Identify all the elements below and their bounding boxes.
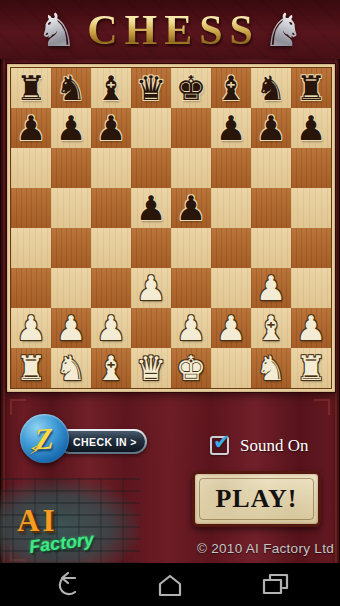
square-f4[interactable]	[211, 228, 251, 268]
square-e3[interactable]	[171, 268, 211, 308]
square-c6[interactable]	[91, 148, 131, 188]
recents-icon	[259, 571, 291, 599]
ornament-top-right	[314, 399, 330, 415]
square-a8[interactable]: ♜	[11, 68, 51, 108]
check-in-button[interactable]: CHECK IN >	[57, 429, 147, 454]
sound-checkbox[interactable]: ✔	[210, 436, 229, 455]
square-f3[interactable]	[211, 268, 251, 308]
square-e1[interactable]: ♚	[171, 348, 211, 388]
square-h6[interactable]	[291, 148, 331, 188]
piece-white-p-g3: ♟	[256, 268, 286, 308]
square-e2[interactable]: ♟	[171, 308, 211, 348]
square-a2[interactable]: ♟	[11, 308, 51, 348]
square-g3[interactable]: ♟	[251, 268, 291, 308]
piece-black-p-a7: ♟	[16, 108, 46, 148]
square-c1[interactable]: ♝	[91, 348, 131, 388]
piece-white-p-a2: ♟	[16, 308, 46, 348]
board-frame: ♜♞♝♛♚♝♞♜♟♟♟♟♟♟♟♟♟♟♟♟♟♟♟♝♟♜♞♝♛♚♞♜	[6, 63, 336, 393]
piece-black-p-b7: ♟	[56, 108, 86, 148]
square-g2[interactable]: ♝	[251, 308, 291, 348]
nav-back-button[interactable]	[48, 571, 82, 599]
piece-black-r-a8: ♜	[16, 68, 46, 108]
app-header: ♞ CHESS ♞	[0, 0, 340, 59]
square-e5[interactable]: ♟	[171, 188, 211, 228]
piece-black-r-h8: ♜	[296, 68, 326, 108]
square-e6[interactable]	[171, 148, 211, 188]
square-a6[interactable]	[11, 148, 51, 188]
square-h5[interactable]	[291, 188, 331, 228]
white-knight-icon-left: ♞	[36, 7, 77, 53]
square-e4[interactable]	[171, 228, 211, 268]
square-b4[interactable]	[51, 228, 91, 268]
lightning-bolt-icon: ⚡	[28, 440, 41, 459]
piece-white-p-d3: ♟	[136, 268, 166, 308]
zeemote-badge[interactable]: Z ⚡	[20, 414, 69, 463]
piece-black-q-d8: ♛	[136, 68, 166, 108]
square-a7[interactable]: ♟	[11, 108, 51, 148]
square-g5[interactable]	[251, 188, 291, 228]
white-knight-icon-right: ♞	[263, 7, 304, 53]
sound-label: Sound On	[240, 436, 308, 456]
square-a3[interactable]	[11, 268, 51, 308]
piece-white-n-g1: ♞	[256, 348, 286, 388]
square-c7[interactable]: ♟	[91, 108, 131, 148]
piece-white-n-b1: ♞	[56, 348, 86, 388]
piece-white-q-d1: ♛	[136, 348, 166, 388]
nav-recents-button[interactable]	[258, 571, 292, 599]
square-b7[interactable]: ♟	[51, 108, 91, 148]
square-f8[interactable]: ♝	[211, 68, 251, 108]
copyright-text: © 2010 AI Factory Ltd	[197, 541, 334, 556]
piece-black-b-c8: ♝	[96, 68, 126, 108]
square-h1[interactable]: ♜	[291, 348, 331, 388]
piece-white-b-c1: ♝	[96, 348, 126, 388]
square-g6[interactable]	[251, 148, 291, 188]
piece-white-p-f2: ♟	[216, 308, 246, 348]
square-c2[interactable]: ♟	[91, 308, 131, 348]
square-h8[interactable]: ♜	[291, 68, 331, 108]
square-f1[interactable]	[211, 348, 251, 388]
square-c3[interactable]	[91, 268, 131, 308]
square-c4[interactable]	[91, 228, 131, 268]
square-g4[interactable]	[251, 228, 291, 268]
piece-white-p-h2: ♟	[296, 308, 326, 348]
square-b8[interactable]: ♞	[51, 68, 91, 108]
square-b1[interactable]: ♞	[51, 348, 91, 388]
checkmark-icon: ✔	[213, 430, 231, 454]
square-h4[interactable]	[291, 228, 331, 268]
square-h3[interactable]	[291, 268, 331, 308]
square-f7[interactable]: ♟	[211, 108, 251, 148]
square-g1[interactable]: ♞	[251, 348, 291, 388]
check-in-button-face: CHECK IN >	[59, 431, 145, 452]
piece-white-p-c2: ♟	[96, 308, 126, 348]
square-g7[interactable]: ♟	[251, 108, 291, 148]
piece-black-k-e8: ♚	[176, 68, 206, 108]
square-b3[interactable]	[51, 268, 91, 308]
piece-white-r-h1: ♜	[296, 348, 326, 388]
piece-black-p-c7: ♟	[96, 108, 126, 148]
piece-black-b-f8: ♝	[216, 68, 246, 108]
piece-white-r-a1: ♜	[16, 348, 46, 388]
square-h2[interactable]: ♟	[291, 308, 331, 348]
piece-black-p-d5: ♟	[136, 188, 166, 228]
home-icon	[154, 571, 186, 599]
app-title: CHESS	[87, 9, 260, 51]
chess-board: ♜♞♝♛♚♝♞♜♟♟♟♟♟♟♟♟♟♟♟♟♟♟♟♝♟♜♞♝♛♚♞♜	[10, 67, 332, 389]
piece-white-k-e1: ♚	[176, 348, 206, 388]
piece-black-p-g7: ♟	[256, 108, 286, 148]
ornament-top-left	[10, 399, 26, 415]
piece-black-p-h7: ♟	[296, 108, 326, 148]
square-b5[interactable]	[51, 188, 91, 228]
square-e8[interactable]: ♚	[171, 68, 211, 108]
square-e7[interactable]	[171, 108, 211, 148]
piece-white-b-g2: ♝	[256, 308, 286, 348]
square-d3[interactable]: ♟	[131, 268, 171, 308]
back-icon	[49, 571, 81, 599]
square-b6[interactable]	[51, 148, 91, 188]
play-button-label: PLAY!	[215, 484, 297, 514]
square-d4[interactable]	[131, 228, 171, 268]
square-f5[interactable]	[211, 188, 251, 228]
square-g8[interactable]: ♞	[251, 68, 291, 108]
square-d1[interactable]: ♛	[131, 348, 171, 388]
square-d6[interactable]	[131, 148, 171, 188]
square-a4[interactable]	[11, 228, 51, 268]
piece-white-p-b2: ♟	[56, 308, 86, 348]
square-b2[interactable]: ♟	[51, 308, 91, 348]
square-a1[interactable]: ♜	[11, 348, 51, 388]
piece-white-p-e2: ♟	[176, 308, 206, 348]
check-in-label: CHECK IN >	[67, 436, 137, 448]
square-d8[interactable]: ♛	[131, 68, 171, 108]
square-d7[interactable]	[131, 108, 171, 148]
piece-black-n-b8: ♞	[56, 68, 86, 108]
square-d2[interactable]	[131, 308, 171, 348]
square-d5[interactable]: ♟	[131, 188, 171, 228]
play-button[interactable]: PLAY!	[192, 471, 321, 527]
app-screen: ♞ CHESS ♞ ♜♞♝♛♚♝♞♜♟♟♟♟♟♟♟♟♟♟♟♟♟♟♟♝♟♜♞♝♛♚…	[0, 0, 340, 606]
square-f2[interactable]: ♟	[211, 308, 251, 348]
piece-black-n-g8: ♞	[256, 68, 286, 108]
square-h7[interactable]: ♟	[291, 108, 331, 148]
nav-home-button[interactable]	[153, 571, 187, 599]
piece-black-p-e5: ♟	[176, 188, 206, 228]
square-a5[interactable]	[11, 188, 51, 228]
piece-black-p-f7: ♟	[216, 108, 246, 148]
square-c8[interactable]: ♝	[91, 68, 131, 108]
square-f6[interactable]	[211, 148, 251, 188]
square-c5[interactable]	[91, 188, 131, 228]
android-nav-bar	[0, 563, 340, 606]
